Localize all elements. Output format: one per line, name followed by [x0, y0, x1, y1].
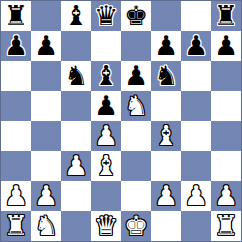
square-b2[interactable]: ♟ [31, 181, 61, 211]
piece-black-bishop[interactable]: ♝ [94, 61, 118, 91]
piece-black-pawn[interactable]: ♟ [4, 31, 28, 61]
square-e7[interactable] [121, 31, 151, 61]
square-f4[interactable]: ♝ [151, 121, 181, 151]
square-c3[interactable]: ♟ [61, 151, 91, 181]
square-c6[interactable]: ♞ [61, 61, 91, 91]
square-d6[interactable]: ♝ [91, 61, 121, 91]
square-g6[interactable] [181, 61, 211, 91]
square-h7[interactable]: ♟ [211, 31, 241, 61]
piece-black-knight[interactable]: ♞ [64, 61, 88, 91]
square-d7[interactable] [91, 31, 121, 61]
square-f2[interactable]: ♟ [151, 181, 181, 211]
piece-white-rook[interactable]: ♜ [4, 211, 28, 241]
square-b5[interactable] [31, 91, 61, 121]
square-a1[interactable]: ♜ [1, 211, 31, 241]
square-c2[interactable] [61, 181, 91, 211]
piece-white-pawn[interactable]: ♟ [34, 181, 58, 211]
square-g7[interactable]: ♟ [181, 31, 211, 61]
square-a6[interactable] [1, 61, 31, 91]
square-e2[interactable] [121, 181, 151, 211]
square-b4[interactable] [31, 121, 61, 151]
square-e3[interactable] [121, 151, 151, 181]
piece-white-knight[interactable]: ♞ [34, 211, 58, 241]
square-e8[interactable]: ♚ [121, 1, 151, 31]
square-g8[interactable] [181, 1, 211, 31]
piece-white-bishop[interactable]: ♝ [94, 151, 118, 181]
piece-black-pawn[interactable]: ♟ [214, 31, 238, 61]
square-c8[interactable]: ♝ [61, 1, 91, 31]
piece-black-king[interactable]: ♚ [124, 1, 148, 31]
chess-board-container: ♜♝♛♚♜♟♟♟♟♟♞♝♟♞♟♞♟♝♟♝♟♟♟♟♟♜♞♛♚♜ [0, 0, 242, 242]
piece-black-bishop[interactable]: ♝ [64, 1, 88, 31]
piece-black-pawn[interactable]: ♟ [34, 31, 58, 61]
piece-white-pawn[interactable]: ♟ [4, 181, 28, 211]
square-f8[interactable] [151, 1, 181, 31]
piece-white-pawn[interactable]: ♟ [64, 151, 88, 181]
square-d5[interactable]: ♟ [91, 91, 121, 121]
square-g4[interactable] [181, 121, 211, 151]
square-c4[interactable] [61, 121, 91, 151]
square-a5[interactable] [1, 91, 31, 121]
square-h6[interactable] [211, 61, 241, 91]
square-d2[interactable] [91, 181, 121, 211]
piece-white-pawn[interactable]: ♟ [184, 181, 208, 211]
square-g3[interactable] [181, 151, 211, 181]
square-c1[interactable] [61, 211, 91, 241]
square-f1[interactable] [151, 211, 181, 241]
square-a8[interactable]: ♜ [1, 1, 31, 31]
square-d3[interactable]: ♝ [91, 151, 121, 181]
square-g1[interactable] [181, 211, 211, 241]
square-d1[interactable]: ♛ [91, 211, 121, 241]
square-f6[interactable]: ♞ [151, 61, 181, 91]
square-d8[interactable]: ♛ [91, 1, 121, 31]
square-e6[interactable]: ♟ [121, 61, 151, 91]
piece-white-queen[interactable]: ♛ [94, 211, 118, 241]
piece-black-pawn[interactable]: ♟ [94, 91, 118, 121]
square-h8[interactable]: ♜ [211, 1, 241, 31]
square-a3[interactable] [1, 151, 31, 181]
square-h3[interactable] [211, 151, 241, 181]
square-h4[interactable] [211, 121, 241, 151]
square-d4[interactable]: ♟ [91, 121, 121, 151]
square-b1[interactable]: ♞ [31, 211, 61, 241]
square-h5[interactable] [211, 91, 241, 121]
piece-black-queen[interactable]: ♛ [94, 1, 118, 31]
square-f5[interactable] [151, 91, 181, 121]
square-h1[interactable]: ♜ [211, 211, 241, 241]
piece-white-pawn[interactable]: ♟ [94, 121, 118, 151]
square-e1[interactable]: ♚ [121, 211, 151, 241]
square-b7[interactable]: ♟ [31, 31, 61, 61]
piece-black-pawn[interactable]: ♟ [184, 31, 208, 61]
piece-white-pawn[interactable]: ♟ [154, 181, 178, 211]
chess-board: ♜♝♛♚♜♟♟♟♟♟♞♝♟♞♟♞♟♝♟♝♟♟♟♟♟♜♞♛♚♜ [0, 0, 242, 242]
square-b8[interactable] [31, 1, 61, 31]
square-g2[interactable]: ♟ [181, 181, 211, 211]
square-b3[interactable] [31, 151, 61, 181]
piece-black-rook[interactable]: ♜ [4, 1, 28, 31]
piece-white-bishop[interactable]: ♝ [154, 121, 178, 151]
piece-black-pawn[interactable]: ♟ [124, 61, 148, 91]
square-a2[interactable]: ♟ [1, 181, 31, 211]
piece-white-king[interactable]: ♚ [124, 211, 148, 241]
piece-black-pawn[interactable]: ♟ [154, 31, 178, 61]
square-f3[interactable] [151, 151, 181, 181]
square-a7[interactable]: ♟ [1, 31, 31, 61]
piece-white-knight[interactable]: ♞ [124, 91, 148, 121]
piece-white-rook[interactable]: ♜ [214, 211, 238, 241]
square-b6[interactable] [31, 61, 61, 91]
square-a4[interactable] [1, 121, 31, 151]
piece-white-pawn[interactable]: ♟ [214, 181, 238, 211]
square-c7[interactable] [61, 31, 91, 61]
square-h2[interactable]: ♟ [211, 181, 241, 211]
square-e5[interactable]: ♞ [121, 91, 151, 121]
piece-black-rook[interactable]: ♜ [214, 1, 238, 31]
piece-black-knight[interactable]: ♞ [154, 61, 178, 91]
square-g5[interactable] [181, 91, 211, 121]
square-e4[interactable] [121, 121, 151, 151]
square-c5[interactable] [61, 91, 91, 121]
square-f7[interactable]: ♟ [151, 31, 181, 61]
